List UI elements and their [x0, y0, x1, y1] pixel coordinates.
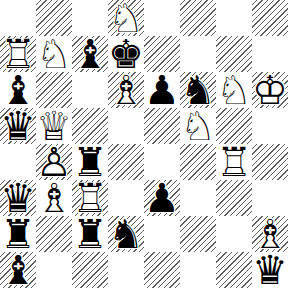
black-piece-glyph: ♛	[0, 180, 36, 216]
square-e4[interactable]	[144, 144, 180, 180]
white-piece-outline: ♙	[36, 144, 72, 180]
square-g5[interactable]	[216, 108, 252, 144]
white-piece-outline: ♗	[108, 72, 144, 108]
black-piece-glyph: ♚	[108, 36, 144, 72]
black-piece-glyph: ♛	[0, 108, 36, 144]
white-piece-outline: ♖	[216, 144, 252, 180]
black-piece-glyph: ♜	[72, 216, 108, 252]
square-a6[interactable]: ♝	[0, 72, 36, 108]
square-d1[interactable]	[108, 252, 144, 288]
white-queen-b5: ♛♕	[36, 108, 72, 144]
square-e1[interactable]	[144, 252, 180, 288]
black-pawn-e6: ♟	[144, 72, 180, 108]
black-piece-glyph: ♜	[72, 144, 108, 180]
black-piece-glyph: ♜	[0, 216, 36, 252]
square-c8[interactable]	[72, 0, 108, 36]
square-b5[interactable]: ♛♕	[36, 108, 72, 144]
white-piece-outline: ♗	[252, 216, 288, 252]
black-piece-glyph: ♛	[252, 252, 288, 288]
square-a1[interactable]: ♝	[0, 252, 36, 288]
square-c4[interactable]: ♜	[72, 144, 108, 180]
square-e3[interactable]: ♟	[144, 180, 180, 216]
square-c2[interactable]: ♜	[72, 216, 108, 252]
chess-board: ♞♘♜♖♞♘♝♚♝♝♗♟♞♞♘♚♔♛♛♕♞♘♟♙♜♜♖♛♝♗♜♖♟♜♜♞♝♗♝♛	[0, 0, 288, 288]
square-e5[interactable]	[144, 108, 180, 144]
square-h1[interactable]: ♛	[252, 252, 288, 288]
white-rook-c3: ♜♖	[72, 180, 108, 216]
square-c3[interactable]: ♜♖	[72, 180, 108, 216]
black-rook-c2: ♜	[72, 216, 108, 252]
black-bishop-c7: ♝	[72, 36, 108, 72]
square-d6[interactable]: ♝♗	[108, 72, 144, 108]
square-h3[interactable]	[252, 180, 288, 216]
white-bishop-h2: ♝♗	[252, 216, 288, 252]
black-knight-f6: ♞	[180, 72, 216, 108]
black-queen-a3: ♛	[0, 180, 36, 216]
square-c7[interactable]: ♝	[72, 36, 108, 72]
square-b4[interactable]: ♟♙	[36, 144, 72, 180]
white-king-h6: ♚♔	[252, 72, 288, 108]
square-c6[interactable]	[72, 72, 108, 108]
square-e2[interactable]	[144, 216, 180, 252]
white-knight-g6: ♞♘	[216, 72, 252, 108]
square-d8[interactable]: ♞♘	[108, 0, 144, 36]
square-b7[interactable]: ♞♘	[36, 36, 72, 72]
square-h8[interactable]	[252, 0, 288, 36]
square-g8[interactable]	[216, 0, 252, 36]
square-f2[interactable]	[180, 216, 216, 252]
black-piece-glyph: ♞	[108, 216, 144, 252]
square-h4[interactable]	[252, 144, 288, 180]
chess-diagram: ♞♘♜♖♞♘♝♚♝♝♗♟♞♞♘♚♔♛♛♕♞♘♟♙♜♜♖♛♝♗♜♖♟♜♜♞♝♗♝♛	[0, 0, 288, 288]
white-bishop-d6: ♝♗	[108, 72, 144, 108]
square-f7[interactable]	[180, 36, 216, 72]
white-piece-outline: ♕	[36, 108, 72, 144]
white-knight-b7: ♞♘	[36, 36, 72, 72]
square-b2[interactable]	[36, 216, 72, 252]
white-piece-outline: ♔	[252, 72, 288, 108]
square-c1[interactable]	[72, 252, 108, 288]
black-pawn-e3: ♟	[144, 180, 180, 216]
black-piece-glyph: ♝	[0, 72, 36, 108]
white-piece-outline: ♖	[72, 180, 108, 216]
square-f6[interactable]: ♞	[180, 72, 216, 108]
black-piece-glyph: ♝	[72, 36, 108, 72]
square-a3[interactable]: ♛	[0, 180, 36, 216]
black-bishop-a1: ♝	[0, 252, 36, 288]
white-rook-a7: ♜♖	[0, 36, 36, 72]
white-piece-outline: ♘	[180, 108, 216, 144]
white-pawn-b4: ♟♙	[36, 144, 72, 180]
square-f8[interactable]	[180, 0, 216, 36]
square-d7[interactable]: ♚	[108, 36, 144, 72]
square-g6[interactable]: ♞♘	[216, 72, 252, 108]
black-piece-glyph: ♞	[180, 72, 216, 108]
white-bishop-b3: ♝♗	[36, 180, 72, 216]
square-a4[interactable]	[0, 144, 36, 180]
square-e6[interactable]: ♟	[144, 72, 180, 108]
black-queen-a5: ♛	[0, 108, 36, 144]
black-piece-glyph: ♟	[144, 72, 180, 108]
square-g2[interactable]	[216, 216, 252, 252]
square-e8[interactable]	[144, 0, 180, 36]
square-g4[interactable]: ♜♖	[216, 144, 252, 180]
square-b8[interactable]	[36, 0, 72, 36]
square-a7[interactable]: ♜♖	[0, 36, 36, 72]
square-g7[interactable]	[216, 36, 252, 72]
white-piece-outline: ♘	[108, 0, 144, 36]
square-d2[interactable]: ♞	[108, 216, 144, 252]
white-piece-outline: ♖	[0, 36, 36, 72]
black-piece-glyph: ♝	[0, 252, 36, 288]
square-f1[interactable]	[180, 252, 216, 288]
black-bishop-a6: ♝	[0, 72, 36, 108]
square-c5[interactable]	[72, 108, 108, 144]
black-king-d7: ♚	[108, 36, 144, 72]
black-knight-d2: ♞	[108, 216, 144, 252]
white-knight-d8: ♞♘	[108, 0, 144, 36]
square-f4[interactable]	[180, 144, 216, 180]
square-h2[interactable]: ♝♗	[252, 216, 288, 252]
white-piece-outline: ♗	[36, 180, 72, 216]
square-d5[interactable]	[108, 108, 144, 144]
square-a2[interactable]: ♜	[0, 216, 36, 252]
white-rook-g4: ♜♖	[216, 144, 252, 180]
square-a5[interactable]: ♛	[0, 108, 36, 144]
square-h5[interactable]	[252, 108, 288, 144]
square-d3[interactable]	[108, 180, 144, 216]
black-rook-a2: ♜	[0, 216, 36, 252]
square-b1[interactable]	[36, 252, 72, 288]
square-a8[interactable]	[0, 0, 36, 36]
white-piece-outline: ♘	[36, 36, 72, 72]
square-g3[interactable]	[216, 180, 252, 216]
square-f5[interactable]: ♞♘	[180, 108, 216, 144]
black-rook-c4: ♜	[72, 144, 108, 180]
white-knight-f5: ♞♘	[180, 108, 216, 144]
black-queen-h1: ♛	[252, 252, 288, 288]
black-piece-glyph: ♟	[144, 180, 180, 216]
square-h7[interactable]	[252, 36, 288, 72]
square-b3[interactable]: ♝♗	[36, 180, 72, 216]
square-e7[interactable]	[144, 36, 180, 72]
square-d4[interactable]	[108, 144, 144, 180]
white-piece-outline: ♘	[216, 72, 252, 108]
square-h6[interactable]: ♚♔	[252, 72, 288, 108]
square-b6[interactable]	[36, 72, 72, 108]
square-g1[interactable]	[216, 252, 252, 288]
square-f3[interactable]	[180, 180, 216, 216]
